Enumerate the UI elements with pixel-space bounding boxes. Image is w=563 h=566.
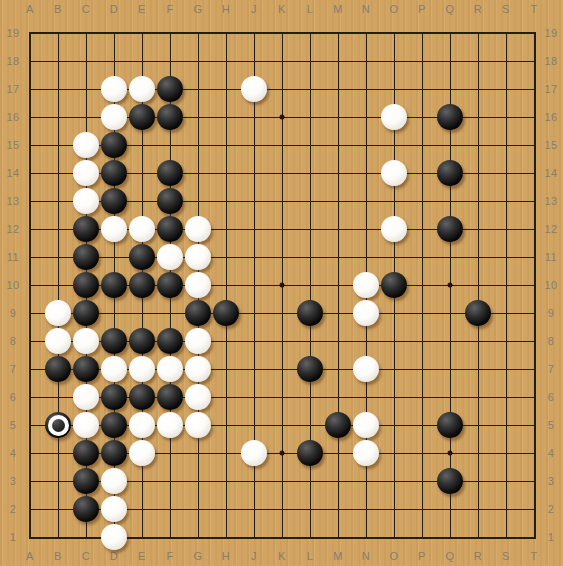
row-label-right: 15: [544, 140, 557, 151]
white-stone[interactable]: [101, 216, 127, 242]
black-stone[interactable]: [157, 384, 183, 410]
col-label-bottom: D: [110, 551, 118, 562]
black-stone[interactable]: [101, 440, 127, 466]
row-label-right: 14: [544, 168, 557, 179]
white-stone[interactable]: [101, 496, 127, 522]
col-label-top: C: [82, 4, 90, 15]
row-label-left: 6: [10, 392, 17, 403]
black-stone[interactable]: [297, 356, 323, 382]
col-label-top: H: [222, 4, 230, 15]
col-label-top: S: [502, 4, 510, 15]
row-label-right: 16: [544, 112, 557, 123]
black-stone[interactable]: [73, 216, 99, 242]
black-stone[interactable]: [73, 272, 99, 298]
black-stone[interactable]: [101, 412, 127, 438]
black-stone[interactable]: [129, 328, 155, 354]
white-stone[interactable]: [101, 356, 127, 382]
star-point: [448, 283, 453, 288]
col-label-top: M: [333, 4, 343, 15]
row-label-right: 18: [544, 56, 557, 67]
col-label-top: F: [166, 4, 173, 15]
row-label-left: 19: [6, 28, 19, 39]
black-stone[interactable]: [101, 160, 127, 186]
col-label-bottom: F: [166, 551, 173, 562]
black-stone[interactable]: [157, 188, 183, 214]
white-stone[interactable]: [73, 412, 99, 438]
col-label-bottom: P: [418, 551, 426, 562]
row-label-right: 11: [545, 252, 557, 263]
row-label-right: 2: [548, 504, 555, 515]
white-stone[interactable]: [129, 76, 155, 102]
col-label-top: P: [418, 4, 426, 15]
col-label-bottom: T: [530, 551, 537, 562]
black-stone[interactable]: [157, 216, 183, 242]
col-label-bottom: J: [251, 551, 257, 562]
white-stone[interactable]: [241, 440, 267, 466]
white-stone[interactable]: [381, 216, 407, 242]
col-label-bottom: C: [82, 551, 90, 562]
white-stone[interactable]: [101, 468, 127, 494]
white-stone[interactable]: [381, 160, 407, 186]
black-stone[interactable]: [465, 300, 491, 326]
col-label-bottom: N: [362, 551, 370, 562]
white-stone[interactable]: [241, 76, 267, 102]
white-stone[interactable]: [101, 104, 127, 130]
white-stone[interactable]: [185, 272, 211, 298]
col-label-bottom: L: [307, 551, 314, 562]
white-stone[interactable]: [45, 328, 71, 354]
black-stone[interactable]: [129, 104, 155, 130]
black-stone[interactable]: [437, 160, 463, 186]
black-stone[interactable]: [381, 272, 407, 298]
black-stone[interactable]: [157, 104, 183, 130]
col-label-bottom: M: [333, 551, 343, 562]
white-stone[interactable]: [185, 412, 211, 438]
white-stone[interactable]: [73, 384, 99, 410]
black-stone[interactable]: [213, 300, 239, 326]
col-label-bottom: O: [389, 551, 398, 562]
black-stone[interactable]: [101, 272, 127, 298]
row-label-left: 12: [6, 224, 19, 235]
row-label-left: 9: [10, 308, 17, 319]
white-stone[interactable]: [185, 216, 211, 242]
row-label-left: 17: [6, 84, 19, 95]
white-stone[interactable]: [73, 188, 99, 214]
black-stone[interactable]: [157, 76, 183, 102]
white-stone[interactable]: [73, 132, 99, 158]
black-stone[interactable]: [437, 216, 463, 242]
star-point: [280, 451, 285, 456]
col-label-top: O: [389, 4, 398, 15]
black-stone[interactable]: [437, 412, 463, 438]
black-stone[interactable]: [157, 328, 183, 354]
row-label-left: 2: [10, 504, 17, 515]
white-stone[interactable]: [73, 160, 99, 186]
col-label-top: A: [26, 4, 34, 15]
white-stone[interactable]: [129, 440, 155, 466]
black-stone[interactable]: [73, 244, 99, 270]
col-label-bottom: S: [502, 551, 510, 562]
row-label-left: 1: [10, 532, 17, 543]
black-stone[interactable]: [437, 468, 463, 494]
black-stone[interactable]: [325, 412, 351, 438]
col-label-bottom: R: [474, 551, 482, 562]
white-stone[interactable]: [381, 104, 407, 130]
white-stone[interactable]: [157, 412, 183, 438]
row-label-left: 16: [6, 112, 19, 123]
star-point: [280, 115, 285, 120]
row-label-left: 10: [6, 280, 19, 291]
row-label-left: 13: [6, 196, 19, 207]
row-label-left: 5: [10, 420, 17, 431]
white-stone[interactable]: [129, 356, 155, 382]
col-label-top: K: [278, 4, 286, 15]
white-stone[interactable]: [157, 356, 183, 382]
star-point: [280, 283, 285, 288]
col-label-top: E: [138, 4, 146, 15]
row-label-right: 9: [548, 308, 555, 319]
row-label-right: 5: [548, 420, 555, 431]
row-label-left: 7: [10, 364, 17, 375]
row-label-right: 12: [544, 224, 557, 235]
col-label-top: B: [54, 4, 62, 15]
go-board[interactable]: AABBCCDDEEFFGGHHJJKKLLMMNNOOPPQQRRSSTT19…: [0, 0, 563, 566]
col-label-top: J: [251, 4, 257, 15]
white-stone[interactable]: [353, 412, 379, 438]
black-stone[interactable]: [101, 188, 127, 214]
last-move-marker: [48, 415, 69, 436]
col-label-bottom: B: [54, 551, 62, 562]
col-label-bottom: H: [222, 551, 230, 562]
white-stone[interactable]: [129, 412, 155, 438]
col-label-top: Q: [445, 4, 454, 15]
white-stone[interactable]: [101, 76, 127, 102]
row-label-left: 15: [6, 140, 19, 151]
black-stone[interactable]: [129, 272, 155, 298]
white-stone[interactable]: [353, 300, 379, 326]
row-label-right: 7: [548, 364, 555, 375]
black-stone[interactable]: [129, 244, 155, 270]
white-stone[interactable]: [185, 328, 211, 354]
black-stone[interactable]: [101, 132, 127, 158]
col-label-top: G: [193, 4, 202, 15]
col-label-bottom: K: [278, 551, 286, 562]
row-label-right: 19: [544, 28, 557, 39]
row-label-right: 4: [548, 448, 555, 459]
black-stone[interactable]: [157, 272, 183, 298]
black-stone[interactable]: [45, 356, 71, 382]
black-stone[interactable]: [73, 356, 99, 382]
col-label-top: D: [110, 4, 118, 15]
col-label-bottom: A: [26, 551, 34, 562]
row-label-left: 8: [10, 336, 17, 347]
white-stone[interactable]: [185, 244, 211, 270]
col-label-top: N: [362, 4, 370, 15]
row-label-left: 4: [10, 448, 17, 459]
col-label-bottom: G: [193, 551, 202, 562]
white-stone[interactable]: [353, 356, 379, 382]
row-label-right: 8: [548, 336, 555, 347]
row-label-right: 1: [548, 532, 555, 543]
white-stone[interactable]: [185, 356, 211, 382]
row-label-left: 14: [6, 168, 19, 179]
black-stone[interactable]: [73, 468, 99, 494]
row-label-right: 3: [548, 476, 555, 487]
black-stone[interactable]: [129, 384, 155, 410]
black-stone[interactable]: [101, 384, 127, 410]
col-label-top: R: [474, 4, 482, 15]
star-point: [448, 451, 453, 456]
col-label-top: L: [307, 4, 314, 15]
row-label-right: 6: [548, 392, 555, 403]
white-stone[interactable]: [73, 328, 99, 354]
black-stone[interactable]: [157, 160, 183, 186]
black-stone[interactable]: [437, 104, 463, 130]
row-label-left: 3: [10, 476, 17, 487]
col-label-bottom: Q: [445, 551, 454, 562]
black-stone[interactable]: [45, 412, 71, 438]
black-stone[interactable]: [297, 300, 323, 326]
white-stone[interactable]: [157, 244, 183, 270]
white-stone[interactable]: [45, 300, 71, 326]
row-label-left: 11: [7, 252, 19, 263]
white-stone[interactable]: [129, 216, 155, 242]
col-label-bottom: E: [138, 551, 146, 562]
black-stone[interactable]: [73, 440, 99, 466]
black-stone[interactable]: [73, 300, 99, 326]
black-stone[interactable]: [297, 440, 323, 466]
white-stone[interactable]: [353, 440, 379, 466]
white-stone[interactable]: [353, 272, 379, 298]
black-stone[interactable]: [73, 496, 99, 522]
white-stone[interactable]: [185, 384, 211, 410]
white-stone[interactable]: [101, 524, 127, 550]
row-label-right: 13: [544, 196, 557, 207]
black-stone[interactable]: [101, 328, 127, 354]
row-label-left: 18: [6, 56, 19, 67]
row-label-right: 17: [544, 84, 557, 95]
row-label-right: 10: [544, 280, 557, 291]
black-stone[interactable]: [185, 300, 211, 326]
col-label-top: T: [530, 4, 537, 15]
